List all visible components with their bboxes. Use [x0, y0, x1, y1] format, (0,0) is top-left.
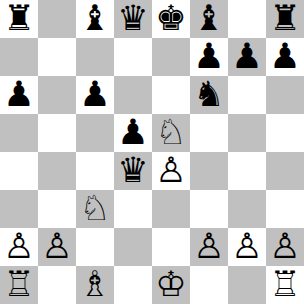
square-e1[interactable]: ♔ [152, 266, 190, 304]
square-e5[interactable]: ♘ [152, 114, 190, 152]
square-b3[interactable] [38, 190, 76, 228]
black-pawn-d5: ♟ [117, 114, 148, 151]
square-d2[interactable] [114, 228, 152, 266]
square-b2[interactable]: ♙ [38, 228, 76, 266]
square-c7[interactable] [76, 38, 114, 76]
square-h8[interactable]: ♜ [266, 0, 304, 38]
white-rook-a1: ♖ [3, 266, 34, 303]
white-pawn-g2: ♙ [231, 228, 262, 265]
square-a3[interactable] [0, 190, 38, 228]
square-e7[interactable] [152, 38, 190, 76]
square-g4[interactable] [228, 152, 266, 190]
square-g3[interactable] [228, 190, 266, 228]
square-h1[interactable]: ♖ [266, 266, 304, 304]
square-b7[interactable] [38, 38, 76, 76]
square-g1[interactable] [228, 266, 266, 304]
square-d3[interactable] [114, 190, 152, 228]
black-bishop-f8: ♝ [193, 0, 224, 37]
square-b5[interactable] [38, 114, 76, 152]
square-c4[interactable] [76, 152, 114, 190]
white-pawn-f2: ♙ [193, 228, 224, 265]
white-knight-e5: ♘ [155, 114, 186, 151]
black-king-e8: ♚ [155, 0, 186, 37]
black-knight-f6: ♞ [193, 76, 224, 113]
black-pawn-h7: ♟ [269, 38, 300, 75]
black-bishop-c8: ♝ [79, 0, 110, 37]
square-a4[interactable] [0, 152, 38, 190]
square-e2[interactable] [152, 228, 190, 266]
square-f8[interactable]: ♝ [190, 0, 228, 38]
square-d1[interactable] [114, 266, 152, 304]
black-rook-h8: ♜ [269, 0, 300, 37]
white-pawn-b2: ♙ [41, 228, 72, 265]
square-c1[interactable]: ♗ [76, 266, 114, 304]
square-h5[interactable] [266, 114, 304, 152]
white-rook-h1: ♖ [269, 266, 300, 303]
square-e6[interactable] [152, 76, 190, 114]
chess-board: ♜♝♛♚♝♜♟♟♟♟♟♞♟♘♛♙♘♙♙♙♙♙♖♗♔♖ [0, 0, 304, 304]
square-f5[interactable] [190, 114, 228, 152]
square-b1[interactable] [38, 266, 76, 304]
square-g2[interactable]: ♙ [228, 228, 266, 266]
white-pawn-e4: ♙ [155, 152, 186, 189]
square-f6[interactable]: ♞ [190, 76, 228, 114]
white-bishop-c1: ♗ [79, 266, 110, 303]
square-c8[interactable]: ♝ [76, 0, 114, 38]
square-f7[interactable]: ♟ [190, 38, 228, 76]
square-c3[interactable]: ♘ [76, 190, 114, 228]
square-f4[interactable] [190, 152, 228, 190]
square-b8[interactable] [38, 0, 76, 38]
square-f2[interactable]: ♙ [190, 228, 228, 266]
black-pawn-f7: ♟ [193, 38, 224, 75]
square-d6[interactable] [114, 76, 152, 114]
square-d7[interactable] [114, 38, 152, 76]
square-a1[interactable]: ♖ [0, 266, 38, 304]
square-d8[interactable]: ♛ [114, 0, 152, 38]
black-rook-a8: ♜ [3, 0, 34, 37]
square-c5[interactable] [76, 114, 114, 152]
square-h6[interactable] [266, 76, 304, 114]
square-a8[interactable]: ♜ [0, 0, 38, 38]
square-a6[interactable]: ♟ [0, 76, 38, 114]
square-f3[interactable] [190, 190, 228, 228]
square-h7[interactable]: ♟ [266, 38, 304, 76]
square-a2[interactable]: ♙ [0, 228, 38, 266]
square-h2[interactable]: ♙ [266, 228, 304, 266]
square-g5[interactable] [228, 114, 266, 152]
square-g8[interactable] [228, 0, 266, 38]
square-h4[interactable] [266, 152, 304, 190]
white-king-e1: ♔ [155, 266, 186, 303]
square-a5[interactable] [0, 114, 38, 152]
square-a7[interactable] [0, 38, 38, 76]
black-queen-d4: ♛ [117, 152, 148, 189]
black-queen-d8: ♛ [117, 0, 148, 37]
square-b6[interactable] [38, 76, 76, 114]
square-f1[interactable] [190, 266, 228, 304]
white-pawn-a2: ♙ [3, 228, 34, 265]
square-g6[interactable] [228, 76, 266, 114]
black-pawn-c6: ♟ [79, 76, 110, 113]
black-pawn-a6: ♟ [3, 76, 34, 113]
black-pawn-g7: ♟ [231, 38, 262, 75]
square-d4[interactable]: ♛ [114, 152, 152, 190]
square-e4[interactable]: ♙ [152, 152, 190, 190]
square-c6[interactable]: ♟ [76, 76, 114, 114]
square-e3[interactable] [152, 190, 190, 228]
square-b4[interactable] [38, 152, 76, 190]
white-pawn-h2: ♙ [269, 228, 300, 265]
square-g7[interactable]: ♟ [228, 38, 266, 76]
white-knight-c3: ♘ [79, 190, 110, 227]
square-e8[interactable]: ♚ [152, 0, 190, 38]
square-h3[interactable] [266, 190, 304, 228]
square-c2[interactable] [76, 228, 114, 266]
square-d5[interactable]: ♟ [114, 114, 152, 152]
